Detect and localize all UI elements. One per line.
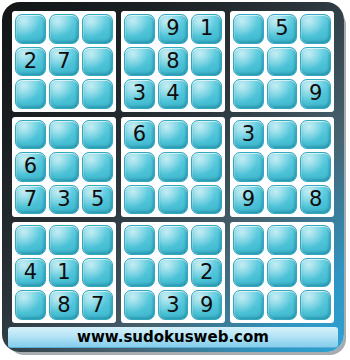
given-digit: 4 bbox=[24, 262, 37, 283]
cell-r3c7[interactable] bbox=[233, 79, 264, 109]
cell-r3c9[interactable]: 9 bbox=[300, 79, 331, 109]
given-digit: 9 bbox=[166, 18, 179, 39]
cell-r2c1[interactable]: 2 bbox=[15, 47, 46, 77]
cell-r1c4[interactable] bbox=[124, 14, 155, 44]
cell-r1c9[interactable] bbox=[300, 14, 331, 44]
given-digit: 9 bbox=[200, 295, 213, 316]
cell-r5c9[interactable] bbox=[300, 152, 331, 182]
cell-r3c6[interactable] bbox=[191, 79, 222, 109]
given-digit: 1 bbox=[57, 262, 70, 283]
cell-r4c9[interactable] bbox=[300, 120, 331, 150]
given-digit: 6 bbox=[133, 124, 146, 145]
given-digit: 6 bbox=[24, 156, 37, 177]
cell-r4c2[interactable] bbox=[49, 120, 80, 150]
cell-r4c4[interactable]: 6 bbox=[124, 120, 155, 150]
cell-r8c7[interactable] bbox=[233, 258, 264, 288]
box-6: 398 bbox=[230, 117, 334, 218]
given-digit: 2 bbox=[200, 262, 213, 283]
cell-r1c5[interactable]: 9 bbox=[158, 14, 189, 44]
cell-r9c7[interactable] bbox=[233, 290, 264, 320]
cell-r9c9[interactable] bbox=[300, 290, 331, 320]
cell-r1c8[interactable]: 5 bbox=[267, 14, 298, 44]
page: 279183459673563984187239 www.sudokusweb.… bbox=[0, 0, 350, 360]
cell-r1c3[interactable] bbox=[82, 14, 113, 44]
cell-r4c8[interactable] bbox=[267, 120, 298, 150]
cell-r2c4[interactable] bbox=[124, 47, 155, 77]
cell-r9c1[interactable] bbox=[15, 290, 46, 320]
given-digit: 8 bbox=[166, 51, 179, 72]
cell-r5c3[interactable] bbox=[82, 152, 113, 182]
cell-r7c6[interactable] bbox=[191, 225, 222, 255]
cell-r7c5[interactable] bbox=[158, 225, 189, 255]
site-link[interactable]: www.sudokusweb.com bbox=[8, 327, 338, 348]
cell-r4c1[interactable] bbox=[15, 120, 46, 150]
cell-r1c6[interactable]: 1 bbox=[191, 14, 222, 44]
cell-r5c7[interactable] bbox=[233, 152, 264, 182]
given-digit: 3 bbox=[166, 295, 179, 316]
cell-r6c8[interactable] bbox=[267, 185, 298, 215]
cell-r2c2[interactable]: 7 bbox=[49, 47, 80, 77]
cell-r2c9[interactable] bbox=[300, 47, 331, 77]
cell-r5c1[interactable]: 6 bbox=[15, 152, 46, 182]
cell-r9c5[interactable]: 3 bbox=[158, 290, 189, 320]
box-2: 91834 bbox=[121, 11, 225, 112]
cell-r4c6[interactable] bbox=[191, 120, 222, 150]
cell-r7c8[interactable] bbox=[267, 225, 298, 255]
cell-r5c6[interactable] bbox=[191, 152, 222, 182]
given-digit: 7 bbox=[24, 189, 37, 210]
cell-r4c3[interactable] bbox=[82, 120, 113, 150]
cell-r8c1[interactable]: 4 bbox=[15, 258, 46, 288]
cell-r3c5[interactable]: 4 bbox=[158, 79, 189, 109]
cell-r1c1[interactable] bbox=[15, 14, 46, 44]
cell-r4c7[interactable]: 3 bbox=[233, 120, 264, 150]
given-digit: 5 bbox=[91, 189, 104, 210]
cell-r8c8[interactable] bbox=[267, 258, 298, 288]
cell-r8c4[interactable] bbox=[124, 258, 155, 288]
cell-r9c3[interactable]: 7 bbox=[82, 290, 113, 320]
cell-r9c2[interactable]: 8 bbox=[49, 290, 80, 320]
cell-r7c2[interactable] bbox=[49, 225, 80, 255]
given-digit: 3 bbox=[57, 189, 70, 210]
given-digit: 3 bbox=[133, 83, 146, 104]
cell-r4c5[interactable] bbox=[158, 120, 189, 150]
given-digit: 3 bbox=[242, 124, 255, 145]
cell-r7c7[interactable] bbox=[233, 225, 264, 255]
cell-r9c4[interactable] bbox=[124, 290, 155, 320]
given-digit: 9 bbox=[242, 189, 255, 210]
cell-r1c2[interactable] bbox=[49, 14, 80, 44]
cell-r6c6[interactable] bbox=[191, 185, 222, 215]
cell-r7c9[interactable] bbox=[300, 225, 331, 255]
given-digit: 4 bbox=[166, 83, 179, 104]
cell-r5c8[interactable] bbox=[267, 152, 298, 182]
cell-r8c9[interactable] bbox=[300, 258, 331, 288]
cell-r7c1[interactable] bbox=[15, 225, 46, 255]
cell-r8c3[interactable] bbox=[82, 258, 113, 288]
cell-r6c7[interactable]: 9 bbox=[233, 185, 264, 215]
box-7: 4187 bbox=[12, 222, 116, 323]
cell-r5c4[interactable] bbox=[124, 152, 155, 182]
cell-r7c3[interactable] bbox=[82, 225, 113, 255]
cell-r3c8[interactable] bbox=[267, 79, 298, 109]
cell-r8c2[interactable]: 1 bbox=[49, 258, 80, 288]
cell-r6c1[interactable]: 7 bbox=[15, 185, 46, 215]
cell-r9c8[interactable] bbox=[267, 290, 298, 320]
cell-r8c6[interactable]: 2 bbox=[191, 258, 222, 288]
box-5: 6 bbox=[121, 117, 225, 218]
cell-r2c3[interactable] bbox=[82, 47, 113, 77]
cell-r3c3[interactable] bbox=[82, 79, 113, 109]
box-4: 6735 bbox=[12, 117, 116, 218]
sudoku-grid: 279183459673563984187239 bbox=[12, 11, 334, 323]
sudoku-board: 279183459673563984187239 www.sudokusweb.… bbox=[2, 2, 344, 352]
box-8: 239 bbox=[121, 222, 225, 323]
cell-r1c7[interactable] bbox=[233, 14, 264, 44]
cell-r6c4[interactable] bbox=[124, 185, 155, 215]
given-digit: 9 bbox=[309, 83, 322, 104]
cell-r7c4[interactable] bbox=[124, 225, 155, 255]
cell-r3c4[interactable]: 3 bbox=[124, 79, 155, 109]
cell-r2c7[interactable] bbox=[233, 47, 264, 77]
box-1: 27 bbox=[12, 11, 116, 112]
cell-r9c6[interactable]: 9 bbox=[191, 290, 222, 320]
given-digit: 8 bbox=[57, 295, 70, 316]
given-digit: 5 bbox=[275, 18, 288, 39]
box-3: 59 bbox=[230, 11, 334, 112]
cell-r3c1[interactable] bbox=[15, 79, 46, 109]
cell-r6c5[interactable] bbox=[158, 185, 189, 215]
given-digit: 2 bbox=[24, 51, 37, 72]
cell-r2c6[interactable] bbox=[191, 47, 222, 77]
cell-r8c5[interactable] bbox=[158, 258, 189, 288]
cell-r5c5[interactable] bbox=[158, 152, 189, 182]
cell-r5c2[interactable] bbox=[49, 152, 80, 182]
cell-r3c2[interactable] bbox=[49, 79, 80, 109]
given-digit: 8 bbox=[309, 189, 322, 210]
box-9 bbox=[230, 222, 334, 323]
given-digit: 1 bbox=[200, 18, 213, 39]
cell-r6c2[interactable]: 3 bbox=[49, 185, 80, 215]
given-digit: 7 bbox=[91, 295, 104, 316]
given-digit: 7 bbox=[57, 51, 70, 72]
cell-r2c5[interactable]: 8 bbox=[158, 47, 189, 77]
cell-r6c3[interactable]: 5 bbox=[82, 185, 113, 215]
cell-r2c8[interactable] bbox=[267, 47, 298, 77]
cell-r6c9[interactable]: 8 bbox=[300, 185, 331, 215]
